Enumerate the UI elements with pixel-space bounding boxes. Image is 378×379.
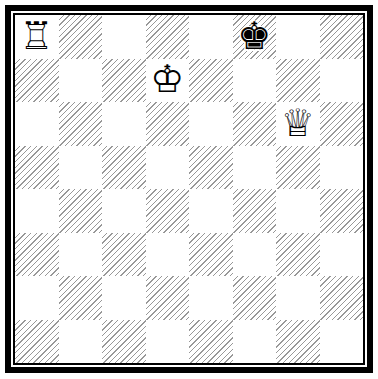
square-c5[interactable] xyxy=(102,146,146,190)
square-a6[interactable] xyxy=(15,102,59,146)
square-e6[interactable] xyxy=(189,102,233,146)
square-f6[interactable] xyxy=(233,102,277,146)
square-f2[interactable] xyxy=(233,276,277,320)
square-d5[interactable] xyxy=(146,146,190,190)
square-b5[interactable] xyxy=(59,146,103,190)
chess-board: ♖♚♔♕ xyxy=(15,15,363,363)
square-f4[interactable] xyxy=(233,189,277,233)
square-f7[interactable] xyxy=(233,59,277,103)
square-b6[interactable] xyxy=(59,102,103,146)
square-e4[interactable] xyxy=(189,189,233,233)
square-a2[interactable] xyxy=(15,276,59,320)
square-c7[interactable] xyxy=(102,59,146,103)
square-a5[interactable] xyxy=(15,146,59,190)
square-h1[interactable] xyxy=(320,320,364,364)
square-g6[interactable]: ♕ xyxy=(276,102,320,146)
chess-diagram: ♖♚♔♕ xyxy=(0,0,378,379)
square-c2[interactable] xyxy=(102,276,146,320)
board-frame: ♖♚♔♕ xyxy=(5,5,373,373)
square-f3[interactable] xyxy=(233,233,277,277)
square-d7[interactable]: ♔ xyxy=(146,59,190,103)
square-a1[interactable] xyxy=(15,320,59,364)
square-d1[interactable] xyxy=(146,320,190,364)
square-f5[interactable] xyxy=(233,146,277,190)
black-king[interactable]: ♚ xyxy=(237,17,271,55)
square-b4[interactable] xyxy=(59,189,103,233)
square-c3[interactable] xyxy=(102,233,146,277)
square-g7[interactable] xyxy=(276,59,320,103)
square-f1[interactable] xyxy=(233,320,277,364)
square-c6[interactable] xyxy=(102,102,146,146)
square-b3[interactable] xyxy=(59,233,103,277)
square-d6[interactable] xyxy=(146,102,190,146)
square-h3[interactable] xyxy=(320,233,364,277)
square-g2[interactable] xyxy=(276,276,320,320)
square-g1[interactable] xyxy=(276,320,320,364)
square-a4[interactable] xyxy=(15,189,59,233)
square-h2[interactable] xyxy=(320,276,364,320)
square-d2[interactable] xyxy=(146,276,190,320)
white-king[interactable]: ♔ xyxy=(150,60,184,98)
square-h6[interactable] xyxy=(320,102,364,146)
square-h5[interactable] xyxy=(320,146,364,190)
square-g8[interactable] xyxy=(276,15,320,59)
square-e7[interactable] xyxy=(189,59,233,103)
square-e8[interactable] xyxy=(189,15,233,59)
square-a3[interactable] xyxy=(15,233,59,277)
square-e1[interactable] xyxy=(189,320,233,364)
square-d4[interactable] xyxy=(146,189,190,233)
square-c1[interactable] xyxy=(102,320,146,364)
square-g4[interactable] xyxy=(276,189,320,233)
white-queen[interactable]: ♕ xyxy=(281,104,315,142)
square-h8[interactable] xyxy=(320,15,364,59)
square-b7[interactable] xyxy=(59,59,103,103)
square-h7[interactable] xyxy=(320,59,364,103)
square-c4[interactable] xyxy=(102,189,146,233)
square-h4[interactable] xyxy=(320,189,364,233)
square-g3[interactable] xyxy=(276,233,320,277)
board-inner-border: ♖♚♔♕ xyxy=(13,13,365,365)
square-b2[interactable] xyxy=(59,276,103,320)
square-d8[interactable] xyxy=(146,15,190,59)
square-d3[interactable] xyxy=(146,233,190,277)
square-g5[interactable] xyxy=(276,146,320,190)
square-e5[interactable] xyxy=(189,146,233,190)
square-b8[interactable] xyxy=(59,15,103,59)
square-a8[interactable]: ♖ xyxy=(15,15,59,59)
square-a7[interactable] xyxy=(15,59,59,103)
square-c8[interactable] xyxy=(102,15,146,59)
square-e2[interactable] xyxy=(189,276,233,320)
square-b1[interactable] xyxy=(59,320,103,364)
square-e3[interactable] xyxy=(189,233,233,277)
square-f8[interactable]: ♚ xyxy=(233,15,277,59)
white-rook[interactable]: ♖ xyxy=(20,17,54,55)
